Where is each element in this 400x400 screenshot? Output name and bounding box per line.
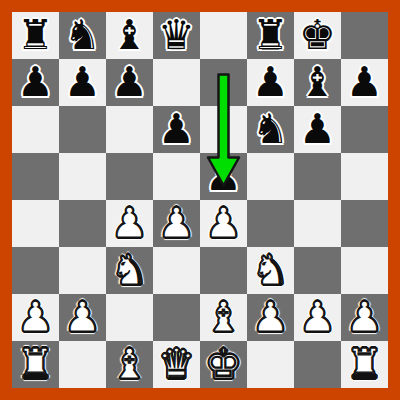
piece-white-rook[interactable]: ♜ <box>346 344 383 385</box>
square-d5[interactable] <box>153 153 200 200</box>
square-c8[interactable]: ♝ <box>106 12 153 59</box>
square-b7[interactable]: ♟ <box>59 59 106 106</box>
square-c3[interactable]: ♞ <box>106 247 153 294</box>
piece-white-bishop[interactable]: ♝ <box>111 344 148 385</box>
square-f7[interactable]: ♟ <box>247 59 294 106</box>
square-e1[interactable]: ♚ <box>200 341 247 388</box>
square-c5[interactable] <box>106 153 153 200</box>
square-d3[interactable] <box>153 247 200 294</box>
square-c4[interactable]: ♟ <box>106 200 153 247</box>
piece-white-rook[interactable]: ♜ <box>17 344 54 385</box>
square-d4[interactable]: ♟ <box>153 200 200 247</box>
square-e4[interactable]: ♟ <box>200 200 247 247</box>
square-b3[interactable] <box>59 247 106 294</box>
square-c1[interactable]: ♝ <box>106 341 153 388</box>
piece-black-knight[interactable]: ♞ <box>64 15 101 56</box>
piece-black-pawn[interactable]: ♟ <box>346 62 383 103</box>
square-f1[interactable] <box>247 341 294 388</box>
piece-black-pawn[interactable]: ♟ <box>111 62 148 103</box>
square-a5[interactable] <box>12 153 59 200</box>
square-d7[interactable] <box>153 59 200 106</box>
piece-white-pawn[interactable]: ♟ <box>111 203 148 244</box>
square-d1[interactable]: ♛ <box>153 341 200 388</box>
square-e8[interactable] <box>200 12 247 59</box>
piece-black-pawn[interactable]: ♟ <box>205 156 242 197</box>
piece-white-pawn[interactable]: ♟ <box>17 297 54 338</box>
piece-white-pawn[interactable]: ♟ <box>158 203 195 244</box>
piece-white-bishop[interactable]: ♝ <box>205 297 242 338</box>
square-d8[interactable]: ♛ <box>153 12 200 59</box>
square-f8[interactable]: ♜ <box>247 12 294 59</box>
square-f4[interactable] <box>247 200 294 247</box>
piece-black-queen[interactable]: ♛ <box>158 15 195 56</box>
square-b1[interactable] <box>59 341 106 388</box>
square-a3[interactable] <box>12 247 59 294</box>
piece-black-pawn[interactable]: ♟ <box>64 62 101 103</box>
square-a7[interactable]: ♟ <box>12 59 59 106</box>
piece-black-king[interactable]: ♚ <box>299 15 336 56</box>
square-h2[interactable]: ♟ <box>341 294 388 341</box>
square-h6[interactable] <box>341 106 388 153</box>
square-c7[interactable]: ♟ <box>106 59 153 106</box>
piece-black-pawn[interactable]: ♟ <box>158 109 195 150</box>
square-e5[interactable]: ♟ <box>200 153 247 200</box>
square-g8[interactable]: ♚ <box>294 12 341 59</box>
square-b5[interactable] <box>59 153 106 200</box>
piece-white-knight[interactable]: ♞ <box>252 250 289 291</box>
square-f3[interactable]: ♞ <box>247 247 294 294</box>
square-e2[interactable]: ♝ <box>200 294 247 341</box>
square-e6[interactable] <box>200 106 247 153</box>
piece-black-rook[interactable]: ♜ <box>252 15 289 56</box>
square-a8[interactable]: ♜ <box>12 12 59 59</box>
square-g1[interactable] <box>294 341 341 388</box>
square-a6[interactable] <box>12 106 59 153</box>
piece-black-pawn[interactable]: ♟ <box>252 62 289 103</box>
piece-white-king[interactable]: ♚ <box>205 344 242 385</box>
square-g2[interactable]: ♟ <box>294 294 341 341</box>
square-g3[interactable] <box>294 247 341 294</box>
square-e3[interactable] <box>200 247 247 294</box>
square-h1[interactable]: ♜ <box>341 341 388 388</box>
square-d6[interactable]: ♟ <box>153 106 200 153</box>
square-c2[interactable] <box>106 294 153 341</box>
piece-white-pawn[interactable]: ♟ <box>205 203 242 244</box>
square-b8[interactable]: ♞ <box>59 12 106 59</box>
square-h3[interactable] <box>341 247 388 294</box>
square-f6[interactable]: ♞ <box>247 106 294 153</box>
square-g5[interactable] <box>294 153 341 200</box>
square-g6[interactable]: ♟ <box>294 106 341 153</box>
square-h8[interactable] <box>341 12 388 59</box>
square-g4[interactable] <box>294 200 341 247</box>
piece-black-knight[interactable]: ♞ <box>252 109 289 150</box>
piece-black-pawn[interactable]: ♟ <box>299 109 336 150</box>
square-a1[interactable]: ♜ <box>12 341 59 388</box>
piece-black-bishop[interactable]: ♝ <box>299 62 336 103</box>
square-d2[interactable] <box>153 294 200 341</box>
piece-black-bishop[interactable]: ♝ <box>111 15 148 56</box>
piece-white-queen[interactable]: ♛ <box>158 344 195 385</box>
square-b2[interactable]: ♟ <box>59 294 106 341</box>
square-b4[interactable] <box>59 200 106 247</box>
square-g7[interactable]: ♝ <box>294 59 341 106</box>
piece-black-rook[interactable]: ♜ <box>17 15 54 56</box>
piece-black-pawn[interactable]: ♟ <box>17 62 54 103</box>
square-f5[interactable] <box>247 153 294 200</box>
piece-white-pawn[interactable]: ♟ <box>346 297 383 338</box>
board-frame: ♜♞♝♛♜♚♟♟♟♟♝♟♟♞♟♟♟♟♟♞♞♟♟♝♟♟♟♜♝♛♚♜ <box>0 0 400 400</box>
square-b6[interactable] <box>59 106 106 153</box>
square-f2[interactable]: ♟ <box>247 294 294 341</box>
square-a2[interactable]: ♟ <box>12 294 59 341</box>
square-e7[interactable] <box>200 59 247 106</box>
square-h7[interactable]: ♟ <box>341 59 388 106</box>
square-a4[interactable] <box>12 200 59 247</box>
piece-white-pawn[interactable]: ♟ <box>252 297 289 338</box>
chess-board[interactable]: ♜♞♝♛♜♚♟♟♟♟♝♟♟♞♟♟♟♟♟♞♞♟♟♝♟♟♟♜♝♛♚♜ <box>12 12 388 388</box>
piece-white-knight[interactable]: ♞ <box>111 250 148 291</box>
piece-white-pawn[interactable]: ♟ <box>299 297 336 338</box>
square-h4[interactable] <box>341 200 388 247</box>
square-h5[interactable] <box>341 153 388 200</box>
square-c6[interactable] <box>106 106 153 153</box>
piece-white-pawn[interactable]: ♟ <box>64 297 101 338</box>
